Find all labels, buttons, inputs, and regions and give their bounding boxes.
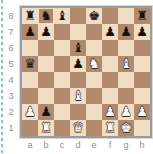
square-a8[interactable]: ♜ (22, 8, 38, 24)
square-e2[interactable] (86, 104, 102, 120)
square-h4[interactable] (134, 72, 150, 88)
black-pawn: ♟ (120, 24, 132, 40)
square-f3[interactable] (102, 88, 118, 104)
black-pawn: ♟ (24, 24, 36, 40)
black-knight: ♞ (40, 8, 52, 24)
square-f4[interactable] (102, 72, 118, 88)
square-a2[interactable]: ♟ (22, 104, 38, 120)
black-king: ♚ (88, 8, 100, 24)
rank-label-1: 1 (4, 120, 18, 136)
black-pawn: ♟ (136, 24, 148, 40)
square-e8[interactable]: ♚ (86, 8, 102, 24)
square-d6[interactable]: ♝ (70, 40, 86, 56)
square-g5[interactable]: ♝ (118, 56, 134, 72)
white-bishop: ♝ (120, 56, 132, 72)
square-f2[interactable]: ♟ (102, 104, 118, 120)
square-d7[interactable] (70, 24, 86, 40)
rank-labels: 87654321 (4, 8, 18, 136)
square-h5[interactable] (134, 56, 150, 72)
square-c7[interactable] (54, 24, 70, 40)
square-d4[interactable] (70, 72, 86, 88)
white-king: ♚ (120, 120, 132, 136)
black-pawn: ♟ (72, 56, 84, 72)
white-rook: ♜ (40, 120, 52, 136)
black-bishop: ♝ (56, 8, 68, 24)
rank-label-4: 4 (4, 72, 18, 88)
square-f8[interactable] (102, 8, 118, 24)
square-f7[interactable]: ♟ (102, 24, 118, 40)
square-h2[interactable]: ♟ (134, 104, 150, 120)
square-c5[interactable] (54, 56, 70, 72)
square-e4[interactable] (86, 72, 102, 88)
rank-label-8: 8 (4, 8, 18, 24)
square-f1[interactable]: ♜ (102, 120, 118, 136)
square-c2[interactable] (54, 104, 70, 120)
white-pawn: ♟ (120, 104, 132, 120)
rank-label-7: 7 (4, 24, 18, 40)
square-g1[interactable]: ♚ (118, 120, 134, 136)
white-pawn: ♟ (104, 104, 116, 120)
square-d2[interactable] (70, 104, 86, 120)
square-h1[interactable] (134, 120, 150, 136)
square-b3[interactable] (38, 88, 54, 104)
file-label-b: b (38, 140, 54, 151)
rank-label-5: 5 (4, 56, 18, 72)
square-c8[interactable]: ♝ (54, 8, 70, 24)
black-pawn: ♟ (40, 24, 52, 40)
square-a7[interactable]: ♟ (22, 24, 38, 40)
square-e5[interactable]: ♞ (86, 56, 102, 72)
file-label-h: h (134, 140, 150, 151)
square-h7[interactable]: ♟ (134, 24, 150, 40)
square-h8[interactable]: ♜ (134, 8, 150, 24)
chess-board-frame: ♜♞♝♚♜♟♟♟♟♟♝♛♟♞♝♝♟♟♟♟♟♜♛♜♚ (20, 6, 152, 138)
black-queen: ♛ (24, 56, 36, 72)
square-a4[interactable] (22, 72, 38, 88)
square-b4[interactable] (38, 72, 54, 88)
square-g6[interactable] (118, 40, 134, 56)
rank-label-3: 3 (4, 88, 18, 104)
square-b1[interactable]: ♜ (38, 120, 54, 136)
white-bishop: ♝ (72, 88, 84, 104)
square-f5[interactable] (102, 56, 118, 72)
dotted-border-decoration (1, 0, 3, 154)
square-a1[interactable] (22, 120, 38, 136)
square-e7[interactable] (86, 24, 102, 40)
square-b7[interactable]: ♟ (38, 24, 54, 40)
file-label-f: f (102, 140, 118, 151)
rank-label-6: 6 (4, 40, 18, 56)
square-b5[interactable] (38, 56, 54, 72)
square-g8[interactable] (118, 8, 134, 24)
square-c6[interactable] (54, 40, 70, 56)
black-pawn: ♟ (40, 104, 52, 120)
file-label-c: c (54, 140, 70, 151)
black-bishop: ♝ (72, 40, 84, 56)
square-d5[interactable]: ♟ (70, 56, 86, 72)
black-rook: ♜ (136, 8, 148, 24)
file-label-g: g (118, 140, 134, 151)
rank-label-2: 2 (4, 104, 18, 120)
black-pawn: ♟ (104, 24, 116, 40)
square-h3[interactable] (134, 88, 150, 104)
file-label-a: a (22, 140, 38, 151)
square-c3[interactable] (54, 88, 70, 104)
square-g3[interactable] (118, 88, 134, 104)
white-knight: ♞ (88, 56, 100, 72)
square-e3[interactable] (86, 88, 102, 104)
file-label-d: d (70, 140, 86, 151)
chess-board-grid: ♜♞♝♚♜♟♟♟♟♟♝♛♟♞♝♝♟♟♟♟♟♜♛♜♚ (22, 8, 150, 136)
file-label-e: e (86, 140, 102, 151)
square-b6[interactable] (38, 40, 54, 56)
square-d8[interactable] (70, 8, 86, 24)
white-pawn: ♟ (24, 104, 36, 120)
square-h6[interactable] (134, 40, 150, 56)
square-a3[interactable] (22, 88, 38, 104)
white-rook: ♜ (104, 120, 116, 136)
file-labels: abcdefgh (22, 140, 150, 151)
square-f6[interactable] (102, 40, 118, 56)
square-e1[interactable] (86, 120, 102, 136)
square-b8[interactable]: ♞ (38, 8, 54, 24)
square-c4[interactable] (54, 72, 70, 88)
square-d3[interactable]: ♝ (70, 88, 86, 104)
square-c1[interactable] (54, 120, 70, 136)
white-pawn: ♟ (136, 104, 148, 120)
chess-widget: 87654321 ♜♞♝♚♜♟♟♟♟♟♝♛♟♞♝♝♟♟♟♟♟♜♛♜♚ abcde… (0, 0, 153, 154)
square-a6[interactable] (22, 40, 38, 56)
square-g2[interactable]: ♟ (118, 104, 134, 120)
square-d1[interactable]: ♛ (70, 120, 86, 136)
square-g4[interactable] (118, 72, 134, 88)
white-queen: ♛ (72, 120, 84, 136)
square-e6[interactable] (86, 40, 102, 56)
square-g7[interactable]: ♟ (118, 24, 134, 40)
square-b2[interactable]: ♟ (38, 104, 54, 120)
square-a5[interactable]: ♛ (22, 56, 38, 72)
black-rook: ♜ (24, 8, 36, 24)
